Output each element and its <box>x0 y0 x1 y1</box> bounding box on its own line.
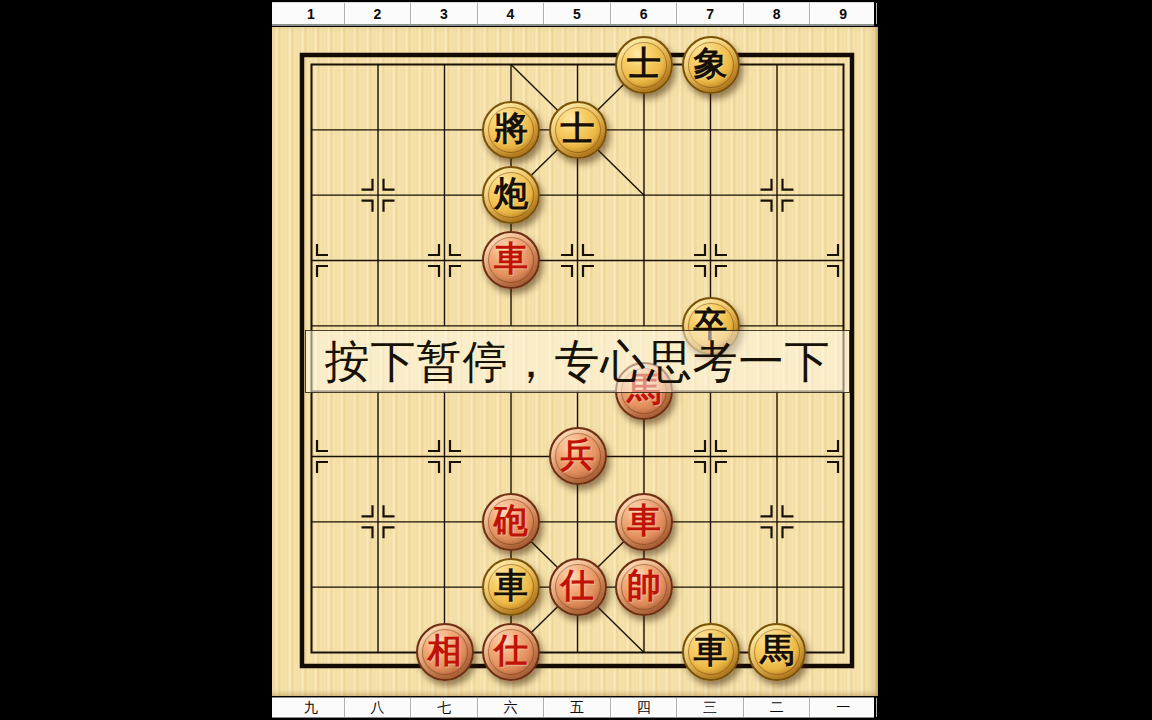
piece-red-soldier[interactable]: 兵 <box>549 427 607 485</box>
piece-glyph: 車 <box>494 242 528 276</box>
piece-glyph: 仕 <box>561 569 595 603</box>
screen: 123456789 士象將士炮車卒馬兵砲車車仕帥相仕車馬 按下暂停，专心思考一下… <box>0 0 1152 720</box>
piece-red-advisor[interactable]: 仕 <box>482 623 540 681</box>
piece-red-general[interactable]: 帥 <box>615 558 673 616</box>
piece-glyph: 車 <box>494 569 528 603</box>
piece-glyph: 兵 <box>561 438 595 472</box>
piece-glyph: 士 <box>561 112 595 146</box>
piece-black-advisor[interactable]: 士 <box>549 101 607 159</box>
piece-red-chariot[interactable]: 車 <box>482 231 540 289</box>
piece-red-advisor[interactable]: 仕 <box>549 558 607 616</box>
pause-caption-text: 按下暂停，专心思考一下 <box>325 332 831 392</box>
piece-red-cannon[interactable]: 砲 <box>482 493 540 551</box>
piece-black-cannon[interactable]: 炮 <box>482 166 540 224</box>
piece-black-chariot[interactable]: 車 <box>482 558 540 616</box>
piece-glyph: 砲 <box>494 504 528 538</box>
piece-glyph: 士 <box>627 47 661 81</box>
piece-glyph: 將 <box>494 112 528 146</box>
piece-glyph: 馬 <box>760 634 794 668</box>
piece-black-general[interactable]: 將 <box>482 101 540 159</box>
piece-glyph: 相 <box>428 634 462 668</box>
piece-black-chariot[interactable]: 車 <box>682 623 740 681</box>
pause-caption-banner: 按下暂停，专心思考一下 <box>305 330 850 393</box>
piece-glyph: 車 <box>694 634 728 668</box>
piece-glyph: 炮 <box>494 177 528 211</box>
piece-black-elephant[interactable]: 象 <box>682 36 740 94</box>
piece-red-chariot[interactable]: 車 <box>615 493 673 551</box>
piece-red-elephant[interactable]: 相 <box>416 623 474 681</box>
piece-black-horse[interactable]: 馬 <box>748 623 806 681</box>
piece-glyph: 仕 <box>494 634 528 668</box>
piece-glyph: 帥 <box>627 569 661 603</box>
piece-glyph: 象 <box>694 47 728 81</box>
piece-glyph: 車 <box>627 504 661 538</box>
piece-black-advisor[interactable]: 士 <box>615 36 673 94</box>
